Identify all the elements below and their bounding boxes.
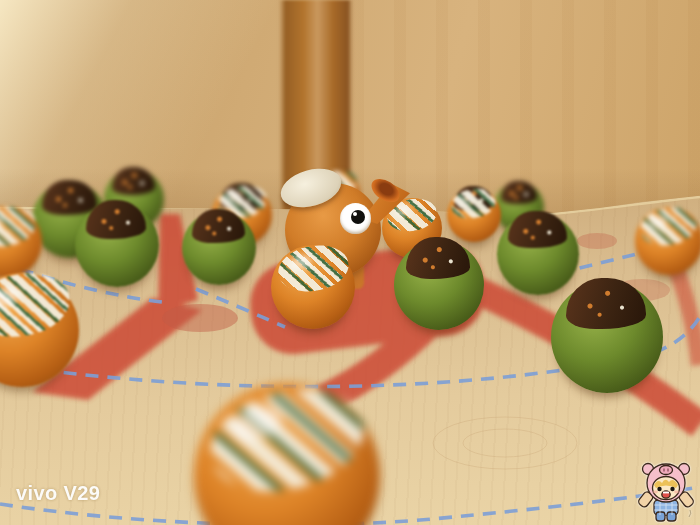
ball-green-big-right bbox=[551, 281, 663, 393]
ball-orange-right-back bbox=[447, 188, 501, 242]
brown-cap-pattern bbox=[42, 180, 97, 215]
brown-cap-pattern bbox=[501, 181, 537, 204]
bone-stripe-pattern bbox=[638, 203, 700, 249]
ball-orange-right-edge bbox=[635, 207, 700, 275]
ball-orange-striped-front bbox=[271, 245, 355, 329]
pieces-layer bbox=[0, 0, 700, 525]
photo-scene: vivo V29 bbox=[0, 0, 700, 525]
brown-cap-pattern bbox=[566, 278, 647, 330]
bone-stripe-pattern bbox=[449, 185, 499, 222]
ball-orange-foreground bbox=[194, 383, 380, 525]
bone-stripe-pattern bbox=[199, 375, 374, 507]
mascot-signature bbox=[689, 510, 691, 517]
pig-snout bbox=[660, 466, 673, 475]
brown-cap-pattern bbox=[508, 211, 567, 249]
camera-watermark: vivo V29 bbox=[16, 482, 100, 505]
ball-green-left-front bbox=[75, 203, 159, 287]
ball-green-mid-left bbox=[182, 211, 256, 285]
pig-mascot-watermark bbox=[637, 459, 695, 523]
dog-eye bbox=[340, 203, 371, 234]
brown-cap-pattern bbox=[406, 237, 471, 278]
ball-green-right-mid bbox=[497, 213, 579, 295]
ball-orange-big-left bbox=[0, 273, 79, 387]
ball-green-focus-center bbox=[394, 240, 484, 330]
bone-stripe-pattern bbox=[0, 266, 74, 343]
brown-cap-pattern bbox=[112, 167, 155, 195]
dog-pupil bbox=[351, 210, 365, 224]
pig-mascot-body bbox=[637, 464, 695, 522]
